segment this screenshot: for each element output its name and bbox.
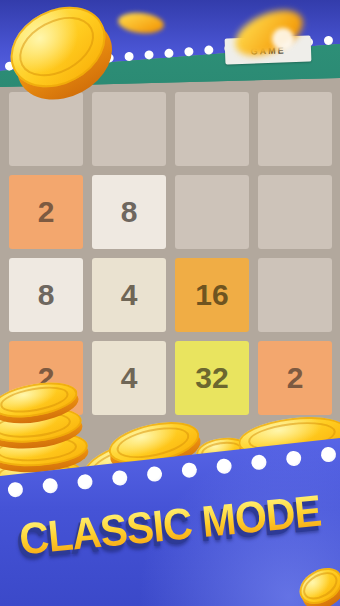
tile-16: 16 <box>175 258 249 332</box>
marquee-dot <box>146 466 163 483</box>
tile-2: 2 <box>258 341 332 415</box>
marquee-dot <box>184 47 194 57</box>
empty-cell <box>9 92 83 166</box>
tile-8: 8 <box>9 258 83 332</box>
marquee-dot <box>164 48 174 58</box>
marquee-dot <box>285 450 302 467</box>
marquee-dot <box>77 474 94 491</box>
tile-4: 4 <box>92 341 166 415</box>
marquee-dot <box>124 52 134 62</box>
marquee-dot <box>181 462 198 479</box>
tile-grid[interactable]: 28841624322 <box>9 92 332 415</box>
marquee-dot <box>42 477 59 494</box>
marquee-dot <box>204 45 214 55</box>
tile-4: 4 <box>92 258 166 332</box>
tile-8: 8 <box>92 175 166 249</box>
empty-cell <box>258 175 332 249</box>
empty-cell <box>258 92 332 166</box>
marquee-dot <box>320 446 337 463</box>
empty-cell <box>175 175 249 249</box>
marquee-dot <box>324 36 334 46</box>
empty-cell <box>258 258 332 332</box>
marquee-dot <box>251 454 268 471</box>
empty-cell <box>92 92 166 166</box>
tile-32: 32 <box>175 341 249 415</box>
tile-2: 2 <box>9 175 83 249</box>
marquee-dot <box>7 481 24 498</box>
marquee-dot <box>144 50 154 60</box>
empty-cell <box>175 92 249 166</box>
screen: 28841624322 GAME <box>0 0 340 606</box>
marquee-dot <box>112 470 129 487</box>
marquee-dot <box>216 458 233 475</box>
blurred-glow <box>272 28 294 50</box>
